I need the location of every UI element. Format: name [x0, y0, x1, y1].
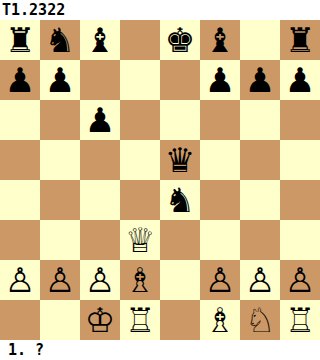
move-prompt-label: 1. ?	[8, 341, 44, 359]
square-h4[interactable]	[280, 180, 320, 220]
square-f7[interactable]: ♟	[200, 60, 240, 100]
square-c2[interactable]: ♙	[80, 260, 120, 300]
square-g5[interactable]	[240, 140, 280, 180]
square-d3[interactable]: ♕	[120, 220, 160, 260]
square-g8[interactable]	[240, 20, 280, 60]
square-a5[interactable]	[0, 140, 40, 180]
square-b8[interactable]: ♞	[40, 20, 80, 60]
square-b2[interactable]: ♙	[40, 260, 80, 300]
square-g2[interactable]: ♙	[240, 260, 280, 300]
square-e7[interactable]	[160, 60, 200, 100]
square-a8[interactable]: ♜	[0, 20, 40, 60]
square-f1[interactable]: ♗	[200, 300, 240, 340]
square-c4[interactable]	[80, 180, 120, 220]
square-a6[interactable]	[0, 100, 40, 140]
square-d8[interactable]	[120, 20, 160, 60]
black-pawn-icon: ♟	[245, 60, 275, 100]
black-bishop-icon: ♝	[85, 20, 115, 60]
square-f2[interactable]: ♙	[200, 260, 240, 300]
white-pawn-icon: ♙	[85, 260, 115, 300]
square-f5[interactable]	[200, 140, 240, 180]
square-c5[interactable]	[80, 140, 120, 180]
square-h6[interactable]	[280, 100, 320, 140]
square-a2[interactable]: ♙	[0, 260, 40, 300]
square-b1[interactable]	[40, 300, 80, 340]
square-d5[interactable]	[120, 140, 160, 180]
black-pawn-icon: ♟	[85, 100, 115, 140]
square-c3[interactable]	[80, 220, 120, 260]
white-queen-icon: ♕	[125, 220, 155, 260]
square-g3[interactable]	[240, 220, 280, 260]
white-rook-icon: ♖	[285, 300, 315, 340]
square-a4[interactable]	[0, 180, 40, 220]
black-pawn-icon: ♟	[205, 60, 235, 100]
black-king-icon: ♚	[165, 20, 195, 60]
black-queen-icon: ♛	[165, 140, 195, 180]
square-g4[interactable]	[240, 180, 280, 220]
white-rook-icon: ♖	[125, 300, 155, 340]
square-c6[interactable]: ♟	[80, 100, 120, 140]
chess-board: ♜♞♝♚♝♜♟♟♟♟♟♟♛♞♕♙♙♙♗♙♙♙♔♖♗♘♖	[0, 20, 320, 340]
square-h2[interactable]: ♙	[280, 260, 320, 300]
square-e1[interactable]	[160, 300, 200, 340]
square-a1[interactable]	[0, 300, 40, 340]
chess-diagram-window: T1.2322 ♜♞♝♚♝♜♟♟♟♟♟♟♛♞♕♙♙♙♗♙♙♙♔♖♗♘♖ 1. ?	[0, 0, 320, 360]
black-rook-icon: ♜	[285, 20, 315, 60]
square-c1[interactable]: ♔	[80, 300, 120, 340]
square-c7[interactable]	[80, 60, 120, 100]
white-pawn-icon: ♙	[285, 260, 315, 300]
square-h1[interactable]: ♖	[280, 300, 320, 340]
white-bishop-icon: ♗	[125, 260, 155, 300]
square-d4[interactable]	[120, 180, 160, 220]
black-bishop-icon: ♝	[205, 20, 235, 60]
white-pawn-icon: ♙	[205, 260, 235, 300]
white-bishop-icon: ♗	[205, 300, 235, 340]
black-rook-icon: ♜	[5, 20, 35, 60]
square-e8[interactable]: ♚	[160, 20, 200, 60]
square-h8[interactable]: ♜	[280, 20, 320, 60]
square-g1[interactable]: ♘	[240, 300, 280, 340]
square-c8[interactable]: ♝	[80, 20, 120, 60]
square-d1[interactable]: ♖	[120, 300, 160, 340]
black-pawn-icon: ♟	[45, 60, 75, 100]
white-pawn-icon: ♙	[5, 260, 35, 300]
diagram-footer: 1. ?	[0, 340, 320, 360]
square-a3[interactable]	[0, 220, 40, 260]
square-f3[interactable]	[200, 220, 240, 260]
square-g7[interactable]: ♟	[240, 60, 280, 100]
square-b3[interactable]	[40, 220, 80, 260]
diagram-header: T1.2322	[0, 0, 320, 20]
black-pawn-icon: ♟	[285, 60, 315, 100]
white-pawn-icon: ♙	[45, 260, 75, 300]
black-knight-icon: ♞	[45, 20, 75, 60]
white-knight-icon: ♘	[245, 300, 275, 340]
square-b6[interactable]	[40, 100, 80, 140]
square-e2[interactable]	[160, 260, 200, 300]
square-e3[interactable]	[160, 220, 200, 260]
square-e6[interactable]	[160, 100, 200, 140]
square-b7[interactable]: ♟	[40, 60, 80, 100]
square-a7[interactable]: ♟	[0, 60, 40, 100]
square-h3[interactable]	[280, 220, 320, 260]
square-d7[interactable]	[120, 60, 160, 100]
square-e5[interactable]: ♛	[160, 140, 200, 180]
square-b4[interactable]	[40, 180, 80, 220]
square-e4[interactable]: ♞	[160, 180, 200, 220]
puzzle-id-label: T1.2322	[2, 1, 65, 19]
white-pawn-icon: ♙	[245, 260, 275, 300]
white-king-icon: ♔	[85, 300, 115, 340]
square-b5[interactable]	[40, 140, 80, 180]
square-h7[interactable]: ♟	[280, 60, 320, 100]
black-knight-icon: ♞	[165, 180, 195, 220]
square-f4[interactable]	[200, 180, 240, 220]
square-f8[interactable]: ♝	[200, 20, 240, 60]
square-d6[interactable]	[120, 100, 160, 140]
square-d2[interactable]: ♗	[120, 260, 160, 300]
square-g6[interactable]	[240, 100, 280, 140]
square-f6[interactable]	[200, 100, 240, 140]
square-h5[interactable]	[280, 140, 320, 180]
black-pawn-icon: ♟	[5, 60, 35, 100]
